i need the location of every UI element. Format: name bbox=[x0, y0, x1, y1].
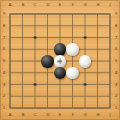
stones-layer bbox=[4, 8, 117, 114]
column-label-top: C bbox=[34, 3, 37, 7]
column-label-top: G bbox=[83, 3, 86, 7]
black-stone-E6 bbox=[54, 43, 66, 55]
column-label-top: H bbox=[96, 3, 99, 7]
go-board[interactable]: AA99BB88CC77DD66EE55FF44GG33HH22JJ11 bbox=[0, 0, 120, 120]
column-label-top: J bbox=[109, 3, 110, 7]
column-label-top: B bbox=[21, 3, 24, 7]
white-stone-F6 bbox=[66, 43, 78, 55]
white-stone-F4 bbox=[66, 67, 78, 79]
white-stone-E5 bbox=[54, 55, 66, 67]
column-label-top: E bbox=[59, 3, 62, 7]
column-label-top: F bbox=[71, 3, 73, 7]
last-move-marker bbox=[59, 59, 60, 65]
column-label-top: A bbox=[9, 3, 12, 7]
black-stone-D5 bbox=[41, 55, 53, 67]
column-label-top: D bbox=[46, 3, 49, 7]
black-stone-E4 bbox=[54, 67, 66, 79]
white-stone-G5 bbox=[79, 55, 91, 67]
